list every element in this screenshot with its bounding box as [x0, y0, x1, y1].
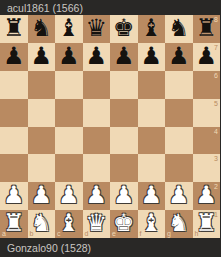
- square-h2[interactable]: ♟2: [193, 182, 221, 210]
- square-a1[interactable]: ♜a: [0, 210, 28, 238]
- piece-black-pawn[interactable]: ♟: [3, 44, 25, 68]
- square-g6[interactable]: [165, 71, 193, 99]
- square-c4[interactable]: [55, 127, 83, 155]
- square-b2[interactable]: ♟: [28, 182, 56, 210]
- piece-white-bishop[interactable]: ♝: [58, 211, 80, 235]
- rank-label-3: 3: [214, 155, 218, 162]
- file-label-a: a: [2, 230, 6, 237]
- square-a6[interactable]: [0, 71, 28, 99]
- piece-black-knight[interactable]: ♞: [168, 16, 190, 40]
- square-h3[interactable]: 3: [193, 154, 221, 182]
- rank-label-6: 6: [214, 72, 218, 79]
- player-bar-bottom: Gonzalo90 (1528): [0, 238, 220, 257]
- square-d8[interactable]: ♛: [83, 15, 111, 43]
- piece-black-bishop[interactable]: ♝: [140, 16, 162, 40]
- square-f2[interactable]: ♟: [138, 182, 166, 210]
- rank-label-7: 7: [214, 44, 218, 51]
- piece-black-queen[interactable]: ♛: [85, 16, 107, 40]
- rank-label-8: 8: [214, 16, 218, 23]
- piece-black-pawn[interactable]: ♟: [168, 44, 190, 68]
- rank-label-5: 5: [214, 100, 218, 107]
- file-label-e: e: [112, 230, 116, 237]
- square-b1[interactable]: ♞b: [28, 210, 56, 238]
- piece-white-pawn[interactable]: ♟: [113, 183, 135, 207]
- square-f5[interactable]: [138, 99, 166, 127]
- square-b8[interactable]: ♞: [28, 15, 56, 43]
- piece-black-rook[interactable]: ♜: [3, 16, 25, 40]
- square-c1[interactable]: ♝c: [55, 210, 83, 238]
- square-a7[interactable]: ♟: [0, 43, 28, 71]
- piece-black-bishop[interactable]: ♝: [58, 16, 80, 40]
- square-b4[interactable]: [28, 127, 56, 155]
- chess-board: ♜♞♝♛♚♝♞♜8♟♟♟♟♟♟♟♟76543♟♟♟♟♟♟♟♟2♜a♞b♝c♛d♚…: [0, 15, 220, 238]
- piece-black-pawn[interactable]: ♟: [113, 44, 135, 68]
- square-d4[interactable]: [83, 127, 111, 155]
- square-a5[interactable]: [0, 99, 28, 127]
- piece-white-queen[interactable]: ♛: [85, 211, 107, 235]
- square-e4[interactable]: [110, 127, 138, 155]
- square-e3[interactable]: [110, 154, 138, 182]
- square-f8[interactable]: ♝: [138, 15, 166, 43]
- file-label-c: c: [57, 230, 61, 237]
- square-c3[interactable]: [55, 154, 83, 182]
- square-e1[interactable]: ♚e: [110, 210, 138, 238]
- square-g3[interactable]: [165, 154, 193, 182]
- square-c2[interactable]: ♟: [55, 182, 83, 210]
- square-f6[interactable]: [138, 71, 166, 99]
- square-e8[interactable]: ♚: [110, 15, 138, 43]
- piece-white-rook[interactable]: ♜: [3, 211, 25, 235]
- square-h1[interactable]: ♜1h: [193, 210, 221, 238]
- piece-black-knight[interactable]: ♞: [30, 16, 52, 40]
- square-f7[interactable]: ♟: [138, 43, 166, 71]
- square-d3[interactable]: [83, 154, 111, 182]
- square-d1[interactable]: ♛d: [83, 210, 111, 238]
- square-e6[interactable]: [110, 71, 138, 99]
- square-g2[interactable]: ♟: [165, 182, 193, 210]
- square-c6[interactable]: [55, 71, 83, 99]
- piece-black-pawn[interactable]: ♟: [58, 44, 80, 68]
- piece-white-pawn[interactable]: ♟: [140, 183, 162, 207]
- piece-black-pawn[interactable]: ♟: [140, 44, 162, 68]
- square-f4[interactable]: [138, 127, 166, 155]
- square-g4[interactable]: [165, 127, 193, 155]
- rank-label-1: 1: [214, 211, 218, 218]
- piece-white-pawn[interactable]: ♟: [58, 183, 80, 207]
- square-h4[interactable]: 4: [193, 127, 221, 155]
- square-g5[interactable]: [165, 99, 193, 127]
- rank-label-2: 2: [214, 183, 218, 190]
- piece-black-pawn[interactable]: ♟: [85, 44, 107, 68]
- square-b3[interactable]: [28, 154, 56, 182]
- square-e7[interactable]: ♟: [110, 43, 138, 71]
- opponent-name-label[interactable]: acul1861 (1566): [7, 2, 83, 14]
- file-label-g: g: [167, 230, 171, 237]
- square-d5[interactable]: [83, 99, 111, 127]
- file-label-f: f: [140, 230, 142, 237]
- square-a3[interactable]: [0, 154, 28, 182]
- square-h8[interactable]: ♜8: [193, 15, 221, 43]
- piece-white-knight[interactable]: ♞: [168, 211, 190, 235]
- piece-white-pawn[interactable]: ♟: [3, 183, 25, 207]
- square-a4[interactable]: [0, 127, 28, 155]
- file-label-d: d: [85, 230, 89, 237]
- piece-white-pawn[interactable]: ♟: [168, 183, 190, 207]
- square-d6[interactable]: [83, 71, 111, 99]
- square-b7[interactable]: ♟: [28, 43, 56, 71]
- chess-app: acul1861 (1566) ♜♞♝♛♚♝♞♜8♟♟♟♟♟♟♟♟76543♟♟…: [0, 0, 220, 257]
- square-d2[interactable]: ♟: [83, 182, 111, 210]
- square-g7[interactable]: ♟: [165, 43, 193, 71]
- square-a8[interactable]: ♜: [0, 15, 28, 43]
- square-h5[interactable]: 5: [193, 99, 221, 127]
- file-label-b: b: [30, 230, 34, 237]
- square-c8[interactable]: ♝: [55, 15, 83, 43]
- square-e2[interactable]: ♟: [110, 182, 138, 210]
- square-g8[interactable]: ♞: [165, 15, 193, 43]
- square-e5[interactable]: [110, 99, 138, 127]
- piece-white-pawn[interactable]: ♟: [85, 183, 107, 207]
- square-c5[interactable]: [55, 99, 83, 127]
- piece-white-king[interactable]: ♚: [113, 211, 135, 235]
- square-h6[interactable]: 6: [193, 71, 221, 99]
- player-bar-top: acul1861 (1566): [0, 0, 220, 15]
- square-f3[interactable]: [138, 154, 166, 182]
- piece-black-king[interactable]: ♚: [113, 16, 135, 40]
- player-name-label[interactable]: Gonzalo90 (1528): [7, 242, 91, 254]
- square-f1[interactable]: ♝f: [138, 210, 166, 238]
- square-h7[interactable]: ♟7: [193, 43, 221, 71]
- square-b6[interactable]: [28, 71, 56, 99]
- square-b5[interactable]: [28, 99, 56, 127]
- piece-black-pawn[interactable]: ♟: [30, 44, 52, 68]
- piece-white-pawn[interactable]: ♟: [30, 183, 52, 207]
- square-d7[interactable]: ♟: [83, 43, 111, 71]
- square-g1[interactable]: ♞g: [165, 210, 193, 238]
- square-a2[interactable]: ♟: [0, 182, 28, 210]
- piece-white-knight[interactable]: ♞: [30, 211, 52, 235]
- file-label-h: h: [195, 230, 199, 237]
- rank-label-4: 4: [214, 128, 218, 135]
- square-c7[interactable]: ♟: [55, 43, 83, 71]
- piece-white-bishop[interactable]: ♝: [140, 211, 162, 235]
